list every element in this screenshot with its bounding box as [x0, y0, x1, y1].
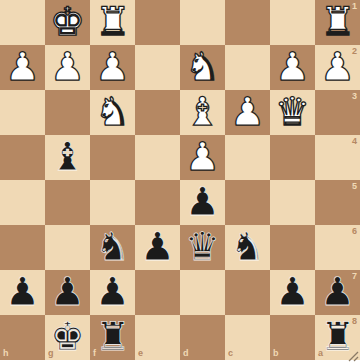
white-knight-on-d2[interactable]: ♞: [185, 47, 220, 86]
square-h7[interactable]: ♟: [0, 270, 45, 315]
white-rook-on-a1[interactable]: ♜: [320, 2, 355, 41]
square-g1[interactable]: ♚: [45, 0, 90, 45]
rank-label-3: 3: [352, 92, 357, 101]
square-g4[interactable]: ♝: [45, 135, 90, 180]
square-h3[interactable]: [0, 90, 45, 135]
chess-app-page: ♚♜♜1♟♟♟♞♟♟2♞♝♟♛3♝♟4♟5♞♟♛♞6♟♟♟♟♟7h♚g♜fedc…: [0, 0, 360, 363]
white-queen-on-b3[interactable]: ♛: [275, 92, 310, 131]
white-pawn-on-f2[interactable]: ♟: [95, 47, 130, 86]
black-pawn-on-h7[interactable]: ♟: [5, 272, 40, 311]
square-a1[interactable]: ♜1: [315, 0, 360, 45]
rank-label-4: 4: [352, 137, 357, 146]
square-e2[interactable]: [135, 45, 180, 90]
square-c2[interactable]: [225, 45, 270, 90]
square-b7[interactable]: ♟: [270, 270, 315, 315]
square-c1[interactable]: [225, 0, 270, 45]
black-pawn-on-d5[interactable]: ♟: [185, 182, 220, 221]
square-h1[interactable]: [0, 0, 45, 45]
square-d1[interactable]: [180, 0, 225, 45]
square-f2[interactable]: ♟: [90, 45, 135, 90]
square-c6[interactable]: ♞: [225, 225, 270, 270]
square-d4[interactable]: ♟: [180, 135, 225, 180]
black-bishop-on-g4[interactable]: ♝: [50, 137, 85, 176]
square-a4[interactable]: 4: [315, 135, 360, 180]
square-b6[interactable]: [270, 225, 315, 270]
square-b2[interactable]: ♟: [270, 45, 315, 90]
square-h6[interactable]: [0, 225, 45, 270]
white-pawn-on-h2[interactable]: ♟: [5, 47, 40, 86]
black-king-on-g8[interactable]: ♚: [50, 317, 85, 356]
board-resize-grip-icon[interactable]: [348, 351, 359, 362]
square-b4[interactable]: [270, 135, 315, 180]
black-pawn-on-b7[interactable]: ♟: [275, 272, 310, 311]
square-f8[interactable]: ♜f: [90, 315, 135, 360]
square-g2[interactable]: ♟: [45, 45, 90, 90]
square-d3[interactable]: ♝: [180, 90, 225, 135]
square-e5[interactable]: [135, 180, 180, 225]
square-c7[interactable]: [225, 270, 270, 315]
square-b3[interactable]: ♛: [270, 90, 315, 135]
rank-label-6: 6: [352, 227, 357, 236]
chess-board: ♚♜♜1♟♟♟♞♟♟2♞♝♟♛3♝♟4♟5♞♟♛♞6♟♟♟♟♟7h♚g♜fedc…: [0, 0, 360, 360]
square-d7[interactable]: [180, 270, 225, 315]
square-g5[interactable]: [45, 180, 90, 225]
white-pawn-on-b2[interactable]: ♟: [275, 47, 310, 86]
square-f7[interactable]: ♟: [90, 270, 135, 315]
square-g8[interactable]: ♚g: [45, 315, 90, 360]
black-pawn-on-e6[interactable]: ♟: [140, 227, 175, 266]
square-a5[interactable]: 5: [315, 180, 360, 225]
black-rook-on-f8[interactable]: ♜: [95, 317, 130, 356]
black-pawn-on-a7[interactable]: ♟: [320, 272, 355, 311]
square-b1[interactable]: [270, 0, 315, 45]
white-rook-on-f1[interactable]: ♜: [95, 2, 130, 41]
square-g7[interactable]: ♟: [45, 270, 90, 315]
square-c3[interactable]: ♟: [225, 90, 270, 135]
square-e4[interactable]: [135, 135, 180, 180]
square-e8[interactable]: e: [135, 315, 180, 360]
white-pawn-on-c3[interactable]: ♟: [230, 92, 265, 131]
square-h4[interactable]: [0, 135, 45, 180]
white-king-on-g1[interactable]: ♚: [50, 2, 85, 41]
square-a2[interactable]: ♟2: [315, 45, 360, 90]
square-h8[interactable]: h: [0, 315, 45, 360]
white-knight-on-f3[interactable]: ♞: [95, 92, 130, 131]
black-pawn-on-f7[interactable]: ♟: [95, 272, 130, 311]
square-d5[interactable]: ♟: [180, 180, 225, 225]
square-c8[interactable]: c: [225, 315, 270, 360]
square-e1[interactable]: [135, 0, 180, 45]
square-b5[interactable]: [270, 180, 315, 225]
white-pawn-on-a2[interactable]: ♟: [320, 47, 355, 86]
black-knight-on-f6[interactable]: ♞: [95, 227, 130, 266]
file-label-d: d: [183, 349, 189, 358]
square-e6[interactable]: ♟: [135, 225, 180, 270]
white-bishop-on-d3[interactable]: ♝: [185, 92, 220, 131]
file-label-b: b: [273, 349, 279, 358]
square-f3[interactable]: ♞: [90, 90, 135, 135]
black-queen-on-d6[interactable]: ♛: [185, 227, 220, 266]
square-d6[interactable]: ♛: [180, 225, 225, 270]
square-e7[interactable]: [135, 270, 180, 315]
rank-label-5: 5: [352, 182, 357, 191]
square-h5[interactable]: [0, 180, 45, 225]
square-g3[interactable]: [45, 90, 90, 135]
square-g6[interactable]: [45, 225, 90, 270]
square-c5[interactable]: [225, 180, 270, 225]
square-a7[interactable]: ♟7: [315, 270, 360, 315]
square-a3[interactable]: 3: [315, 90, 360, 135]
square-h2[interactable]: ♟: [0, 45, 45, 90]
file-label-c: c: [228, 349, 233, 358]
file-label-e: e: [138, 349, 143, 358]
square-c4[interactable]: [225, 135, 270, 180]
white-pawn-on-d4[interactable]: ♟: [185, 137, 220, 176]
square-d2[interactable]: ♞: [180, 45, 225, 90]
black-knight-on-c6[interactable]: ♞: [230, 227, 265, 266]
square-d8[interactable]: d: [180, 315, 225, 360]
square-a6[interactable]: 6: [315, 225, 360, 270]
file-label-h: h: [3, 349, 9, 358]
square-b8[interactable]: b: [270, 315, 315, 360]
square-f5[interactable]: [90, 180, 135, 225]
square-e3[interactable]: [135, 90, 180, 135]
white-pawn-on-g2[interactable]: ♟: [50, 47, 85, 86]
black-pawn-on-g7[interactable]: ♟: [50, 272, 85, 311]
square-f1[interactable]: ♜: [90, 0, 135, 45]
square-f4[interactable]: [90, 135, 135, 180]
square-f6[interactable]: ♞: [90, 225, 135, 270]
